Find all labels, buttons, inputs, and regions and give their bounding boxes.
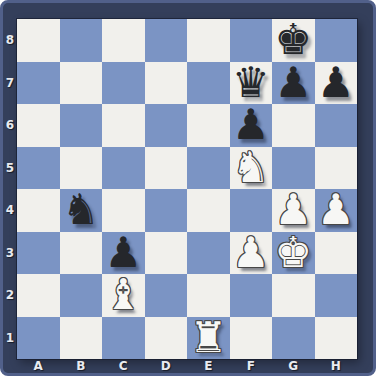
black-pawn[interactable]: ♟ xyxy=(272,62,315,105)
square-e4[interactable] xyxy=(187,189,230,232)
square-f4[interactable] xyxy=(230,189,273,232)
file-label-c: C xyxy=(102,359,145,373)
square-g3[interactable]: ♚ xyxy=(272,232,315,275)
square-e3[interactable] xyxy=(187,232,230,275)
square-g5[interactable] xyxy=(272,147,315,190)
square-g6[interactable] xyxy=(272,104,315,147)
square-f2[interactable] xyxy=(230,274,273,317)
square-c1[interactable] xyxy=(102,317,145,360)
square-a5[interactable] xyxy=(17,147,60,190)
square-c6[interactable] xyxy=(102,104,145,147)
square-e7[interactable] xyxy=(187,62,230,105)
white-pawn[interactable]: ♟ xyxy=(272,189,315,232)
rank-label-3: 3 xyxy=(3,232,17,275)
square-b3[interactable] xyxy=(60,232,103,275)
square-h6[interactable] xyxy=(315,104,358,147)
square-g4[interactable]: ♟ xyxy=(272,189,315,232)
square-h8[interactable] xyxy=(315,19,358,62)
rank-label-5: 5 xyxy=(3,147,17,190)
black-pawn[interactable]: ♟ xyxy=(102,232,145,275)
rank-label-2: 2 xyxy=(3,274,17,317)
square-e6[interactable] xyxy=(187,104,230,147)
square-c5[interactable] xyxy=(102,147,145,190)
square-h7[interactable]: ♟ xyxy=(315,62,358,105)
file-label-d: D xyxy=(145,359,188,373)
white-king[interactable]: ♚ xyxy=(272,232,315,275)
file-label-a: A xyxy=(17,359,60,373)
white-pawn[interactable]: ♟ xyxy=(315,189,358,232)
square-b8[interactable] xyxy=(60,19,103,62)
square-e8[interactable] xyxy=(187,19,230,62)
square-f5[interactable]: ♞ xyxy=(230,147,273,190)
square-a3[interactable] xyxy=(17,232,60,275)
square-f3[interactable]: ♟ xyxy=(230,232,273,275)
rank-label-7: 7 xyxy=(3,62,17,105)
square-h2[interactable] xyxy=(315,274,358,317)
square-c3[interactable]: ♟ xyxy=(102,232,145,275)
square-a2[interactable] xyxy=(17,274,60,317)
square-g1[interactable] xyxy=(272,317,315,360)
square-d4[interactable] xyxy=(145,189,188,232)
square-a7[interactable] xyxy=(17,62,60,105)
square-c7[interactable] xyxy=(102,62,145,105)
square-a8[interactable] xyxy=(17,19,60,62)
square-e5[interactable] xyxy=(187,147,230,190)
file-labels: ABCDEFGH xyxy=(17,359,357,373)
square-a4[interactable] xyxy=(17,189,60,232)
square-g2[interactable] xyxy=(272,274,315,317)
square-a6[interactable] xyxy=(17,104,60,147)
black-king[interactable]: ♚ xyxy=(272,19,315,62)
square-c2[interactable]: ♝ xyxy=(102,274,145,317)
square-h5[interactable] xyxy=(315,147,358,190)
rank-labels: 87654321 xyxy=(3,19,17,359)
square-h3[interactable] xyxy=(315,232,358,275)
square-d3[interactable] xyxy=(145,232,188,275)
square-f6[interactable]: ♟ xyxy=(230,104,273,147)
square-b4[interactable]: ♞ xyxy=(60,189,103,232)
file-label-g: G xyxy=(272,359,315,373)
square-h1[interactable] xyxy=(315,317,358,360)
square-b6[interactable] xyxy=(60,104,103,147)
white-knight[interactable]: ♞ xyxy=(230,147,273,190)
white-pawn[interactable]: ♟ xyxy=(230,232,273,275)
file-label-h: H xyxy=(315,359,358,373)
square-d7[interactable] xyxy=(145,62,188,105)
square-e1[interactable]: ♜ xyxy=(187,317,230,360)
square-f8[interactable] xyxy=(230,19,273,62)
chess-board: ♚♛♟♟♟♞♞♟♟♟♟♚♝♜ xyxy=(17,19,357,359)
black-knight[interactable]: ♞ xyxy=(60,189,103,232)
black-pawn[interactable]: ♟ xyxy=(315,62,358,105)
rank-label-6: 6 xyxy=(3,104,17,147)
square-d5[interactable] xyxy=(145,147,188,190)
square-d2[interactable] xyxy=(145,274,188,317)
square-e2[interactable] xyxy=(187,274,230,317)
rank-label-8: 8 xyxy=(3,19,17,62)
chess-board-frame: 87654321 ♚♛♟♟♟♞♞♟♟♟♟♚♝♜ ABCDEFGH xyxy=(0,0,376,376)
square-b1[interactable] xyxy=(60,317,103,360)
square-b7[interactable] xyxy=(60,62,103,105)
black-pawn[interactable]: ♟ xyxy=(230,104,273,147)
square-f7[interactable]: ♛ xyxy=(230,62,273,105)
square-a1[interactable] xyxy=(17,317,60,360)
white-bishop[interactable]: ♝ xyxy=(102,274,145,317)
file-label-b: B xyxy=(60,359,103,373)
file-label-e: E xyxy=(187,359,230,373)
square-f1[interactable] xyxy=(230,317,273,360)
white-rook[interactable]: ♜ xyxy=(187,317,230,360)
square-b2[interactable] xyxy=(60,274,103,317)
square-d8[interactable] xyxy=(145,19,188,62)
square-g8[interactable]: ♚ xyxy=(272,19,315,62)
rank-label-4: 4 xyxy=(3,189,17,232)
square-d6[interactable] xyxy=(145,104,188,147)
square-g7[interactable]: ♟ xyxy=(272,62,315,105)
black-queen[interactable]: ♛ xyxy=(230,62,273,105)
rank-label-1: 1 xyxy=(3,317,17,360)
square-c8[interactable] xyxy=(102,19,145,62)
square-h4[interactable]: ♟ xyxy=(315,189,358,232)
square-b5[interactable] xyxy=(60,147,103,190)
square-d1[interactable] xyxy=(145,317,188,360)
file-label-f: F xyxy=(230,359,273,373)
square-c4[interactable] xyxy=(102,189,145,232)
